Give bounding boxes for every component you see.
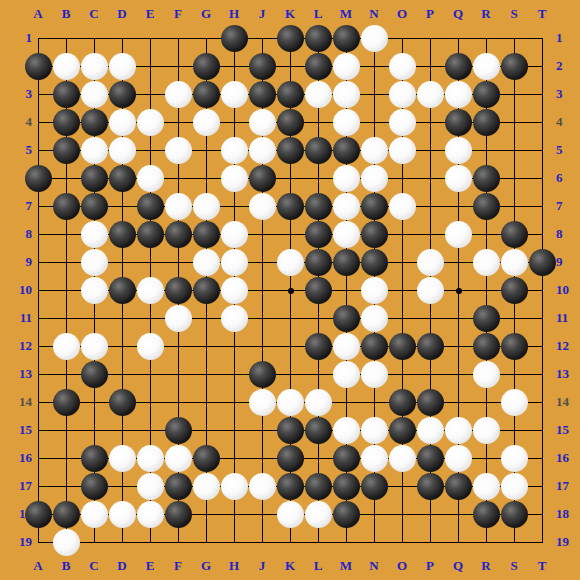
stone-white-M2[interactable] (333, 53, 360, 80)
star-point-K10 (288, 288, 294, 294)
stone-white-N1[interactable] (361, 25, 388, 52)
stone-white-H5[interactable] (221, 137, 248, 164)
stone-black-L9[interactable] (305, 249, 332, 276)
stone-black-B4[interactable] (53, 109, 80, 136)
stone-white-H17[interactable] (221, 473, 248, 500)
stone-white-O7[interactable] (389, 193, 416, 220)
stone-white-E10[interactable] (137, 277, 164, 304)
stone-black-F15[interactable] (165, 417, 192, 444)
stone-black-B14[interactable] (53, 389, 80, 416)
stone-black-N7[interactable] (361, 193, 388, 220)
stone-white-C18[interactable] (81, 501, 108, 528)
stone-black-Q2[interactable] (445, 53, 472, 80)
stone-white-K18[interactable] (277, 501, 304, 528)
stone-white-R15[interactable] (473, 417, 500, 444)
stone-white-P9[interactable] (417, 249, 444, 276)
stone-black-N17[interactable] (361, 473, 388, 500)
stone-white-E18[interactable] (137, 501, 164, 528)
stone-black-S12[interactable] (501, 333, 528, 360)
row-label-left-13: 13 (6, 366, 32, 382)
row-label-right-19: 19 (556, 534, 580, 550)
stone-black-R6[interactable] (473, 165, 500, 192)
row-label-left-10: 10 (6, 282, 32, 298)
stone-black-K5[interactable] (277, 137, 304, 164)
stone-black-G3[interactable] (193, 81, 220, 108)
stone-white-S16[interactable] (501, 445, 528, 472)
stone-white-P3[interactable] (417, 81, 444, 108)
stone-white-N6[interactable] (361, 165, 388, 192)
row-label-left-19: 19 (6, 534, 32, 550)
row-label-left-1: 1 (6, 30, 32, 46)
stone-white-E12[interactable] (137, 333, 164, 360)
stone-black-H1[interactable] (221, 25, 248, 52)
stone-black-O15[interactable] (389, 417, 416, 444)
stone-black-S2[interactable] (501, 53, 528, 80)
stone-black-C13[interactable] (81, 361, 108, 388)
stone-white-Q5[interactable] (445, 137, 472, 164)
stone-black-N12[interactable] (361, 333, 388, 360)
stone-white-C5[interactable] (81, 137, 108, 164)
col-label-top-P: P (420, 6, 440, 22)
stone-white-C9[interactable] (81, 249, 108, 276)
col-label-top-L: L (308, 6, 328, 22)
col-label-top-A: A (28, 6, 48, 22)
stone-white-B12[interactable] (53, 333, 80, 360)
stone-black-F10[interactable] (165, 277, 192, 304)
stone-white-N10[interactable] (361, 277, 388, 304)
stone-black-M17[interactable] (333, 473, 360, 500)
col-label-bottom-G: G (196, 558, 216, 574)
stone-black-J6[interactable] (249, 165, 276, 192)
stone-black-F8[interactable] (165, 221, 192, 248)
stone-black-J3[interactable] (249, 81, 276, 108)
stone-black-P17[interactable] (417, 473, 444, 500)
stone-black-B18[interactable] (53, 501, 80, 528)
row-label-right-2: 2 (556, 58, 580, 74)
stone-white-J14[interactable] (249, 389, 276, 416)
row-label-right-8: 8 (556, 226, 580, 242)
row-label-right-12: 12 (556, 338, 580, 354)
stone-white-C2[interactable] (81, 53, 108, 80)
star-point-Q10 (456, 288, 462, 294)
stone-white-J17[interactable] (249, 473, 276, 500)
stone-black-S8[interactable] (501, 221, 528, 248)
stone-black-G10[interactable] (193, 277, 220, 304)
stone-white-L3[interactable] (305, 81, 332, 108)
col-label-bottom-P: P (420, 558, 440, 574)
stone-black-D8[interactable] (109, 221, 136, 248)
stone-white-D18[interactable] (109, 501, 136, 528)
col-label-top-O: O (392, 6, 412, 22)
stone-black-L5[interactable] (305, 137, 332, 164)
stone-black-K15[interactable] (277, 417, 304, 444)
stone-white-C3[interactable] (81, 81, 108, 108)
stone-black-K17[interactable] (277, 473, 304, 500)
col-label-top-G: G (196, 6, 216, 22)
stone-white-Q6[interactable] (445, 165, 472, 192)
stone-black-L7[interactable] (305, 193, 332, 220)
stone-white-M13[interactable] (333, 361, 360, 388)
stone-white-S9[interactable] (501, 249, 528, 276)
stone-black-A18[interactable] (25, 501, 52, 528)
col-label-top-D: D (112, 6, 132, 22)
stone-black-L8[interactable] (305, 221, 332, 248)
stone-white-P15[interactable] (417, 417, 444, 444)
row-label-right-3: 3 (556, 86, 580, 102)
stone-white-M3[interactable] (333, 81, 360, 108)
stone-black-R3[interactable] (473, 81, 500, 108)
stone-black-L2[interactable] (305, 53, 332, 80)
stone-white-B2[interactable] (53, 53, 80, 80)
col-label-bottom-O: O (392, 558, 412, 574)
stone-white-M15[interactable] (333, 417, 360, 444)
stone-white-N15[interactable] (361, 417, 388, 444)
stone-black-P16[interactable] (417, 445, 444, 472)
stone-white-F11[interactable] (165, 305, 192, 332)
stone-white-C10[interactable] (81, 277, 108, 304)
col-label-top-F: F (168, 6, 188, 22)
col-label-bottom-M: M (336, 558, 356, 574)
stone-white-H10[interactable] (221, 277, 248, 304)
stone-white-J4[interactable] (249, 109, 276, 136)
row-label-left-4: 4 (6, 114, 32, 130)
stone-black-C6[interactable] (81, 165, 108, 192)
col-label-bottom-A: A (28, 558, 48, 574)
stone-black-E8[interactable] (137, 221, 164, 248)
col-label-top-C: C (84, 6, 104, 22)
col-label-top-Q: Q (448, 6, 468, 22)
stone-black-G16[interactable] (193, 445, 220, 472)
row-label-left-16: 16 (6, 450, 32, 466)
stone-white-N11[interactable] (361, 305, 388, 332)
stone-white-H6[interactable] (221, 165, 248, 192)
col-label-bottom-E: E (140, 558, 160, 574)
stone-white-S14[interactable] (501, 389, 528, 416)
col-label-top-S: S (504, 6, 524, 22)
stone-black-L1[interactable] (305, 25, 332, 52)
stone-white-D16[interactable] (109, 445, 136, 472)
stone-black-R4[interactable] (473, 109, 500, 136)
row-label-right-17: 17 (556, 478, 580, 494)
stone-black-D14[interactable] (109, 389, 136, 416)
col-label-bottom-F: F (168, 558, 188, 574)
row-label-right-18: 18 (556, 506, 580, 522)
stone-white-H8[interactable] (221, 221, 248, 248)
stone-black-S10[interactable] (501, 277, 528, 304)
stone-black-M1[interactable] (333, 25, 360, 52)
stone-black-L10[interactable] (305, 277, 332, 304)
stone-white-S17[interactable] (501, 473, 528, 500)
stone-white-D2[interactable] (109, 53, 136, 80)
row-label-right-11: 11 (556, 310, 580, 326)
stone-black-R18[interactable] (473, 501, 500, 528)
col-label-bottom-J: J (252, 558, 272, 574)
stone-white-N13[interactable] (361, 361, 388, 388)
stone-black-E7[interactable] (137, 193, 164, 220)
row-label-left-14: 14 (6, 394, 32, 410)
stone-white-H3[interactable] (221, 81, 248, 108)
stone-black-O14[interactable] (389, 389, 416, 416)
stone-black-S18[interactable] (501, 501, 528, 528)
stone-black-C7[interactable] (81, 193, 108, 220)
stone-white-F16[interactable] (165, 445, 192, 472)
stone-black-M9[interactable] (333, 249, 360, 276)
stone-black-L15[interactable] (305, 417, 332, 444)
stone-black-L17[interactable] (305, 473, 332, 500)
go-board[interactable]: AABBCCDDEEFFGGHHJJKKLLMMNNOOPPQQRRSSTT11… (0, 0, 580, 580)
stone-white-L18[interactable] (305, 501, 332, 528)
stone-black-M18[interactable] (333, 501, 360, 528)
stone-white-R17[interactable] (473, 473, 500, 500)
stone-black-F17[interactable] (165, 473, 192, 500)
col-label-bottom-H: H (224, 558, 244, 574)
stone-white-O2[interactable] (389, 53, 416, 80)
stone-black-B7[interactable] (53, 193, 80, 220)
stone-black-C16[interactable] (81, 445, 108, 472)
col-label-bottom-L: L (308, 558, 328, 574)
row-label-right-9: 9 (556, 254, 580, 270)
col-label-bottom-R: R (476, 558, 496, 574)
row-label-left-17: 17 (6, 478, 32, 494)
col-label-bottom-K: K (280, 558, 300, 574)
col-label-top-J: J (252, 6, 272, 22)
stone-white-Q16[interactable] (445, 445, 472, 472)
row-label-right-1: 1 (556, 30, 580, 46)
stone-black-K1[interactable] (277, 25, 304, 52)
stone-white-M8[interactable] (333, 221, 360, 248)
stone-black-P12[interactable] (417, 333, 444, 360)
row-label-right-14: 14 (556, 394, 580, 410)
stone-black-R11[interactable] (473, 305, 500, 332)
stone-white-O5[interactable] (389, 137, 416, 164)
stone-black-K3[interactable] (277, 81, 304, 108)
stone-black-C17[interactable] (81, 473, 108, 500)
stone-black-C4[interactable] (81, 109, 108, 136)
stone-black-B3[interactable] (53, 81, 80, 108)
stone-white-Q15[interactable] (445, 417, 472, 444)
stone-white-H11[interactable] (221, 305, 248, 332)
stone-white-E4[interactable] (137, 109, 164, 136)
col-label-bottom-S: S (504, 558, 524, 574)
stone-white-M4[interactable] (333, 109, 360, 136)
stone-white-P10[interactable] (417, 277, 444, 304)
row-label-right-6: 6 (556, 170, 580, 186)
col-label-top-R: R (476, 6, 496, 22)
stone-white-M6[interactable] (333, 165, 360, 192)
stone-white-K9[interactable] (277, 249, 304, 276)
stone-white-N5[interactable] (361, 137, 388, 164)
row-label-left-7: 7 (6, 198, 32, 214)
col-label-top-M: M (336, 6, 356, 22)
col-label-bottom-Q: Q (448, 558, 468, 574)
stone-white-O3[interactable] (389, 81, 416, 108)
stone-white-R13[interactable] (473, 361, 500, 388)
stone-white-J5[interactable] (249, 137, 276, 164)
stone-white-D4[interactable] (109, 109, 136, 136)
row-label-left-9: 9 (6, 254, 32, 270)
stone-black-B5[interactable] (53, 137, 80, 164)
stone-white-G4[interactable] (193, 109, 220, 136)
col-label-bottom-N: N (364, 558, 384, 574)
stone-white-M12[interactable] (333, 333, 360, 360)
col-label-bottom-D: D (112, 558, 132, 574)
stone-black-A2[interactable] (25, 53, 52, 80)
stone-black-D10[interactable] (109, 277, 136, 304)
stone-black-J2[interactable] (249, 53, 276, 80)
stone-white-D5[interactable] (109, 137, 136, 164)
stone-white-Q3[interactable] (445, 81, 472, 108)
stone-white-R9[interactable] (473, 249, 500, 276)
stone-black-Q17[interactable] (445, 473, 472, 500)
stone-black-K7[interactable] (277, 193, 304, 220)
stone-white-K14[interactable] (277, 389, 304, 416)
stone-black-G8[interactable] (193, 221, 220, 248)
stone-black-N9[interactable] (361, 249, 388, 276)
stone-white-O4[interactable] (389, 109, 416, 136)
stone-black-J13[interactable] (249, 361, 276, 388)
stone-white-F3[interactable] (165, 81, 192, 108)
row-label-right-5: 5 (556, 142, 580, 158)
stone-black-M16[interactable] (333, 445, 360, 472)
stone-black-L12[interactable] (305, 333, 332, 360)
stone-white-M7[interactable] (333, 193, 360, 220)
stone-black-P14[interactable] (417, 389, 444, 416)
stone-black-N8[interactable] (361, 221, 388, 248)
stone-white-J7[interactable] (249, 193, 276, 220)
stone-black-D3[interactable] (109, 81, 136, 108)
stone-black-R12[interactable] (473, 333, 500, 360)
row-label-left-15: 15 (6, 422, 32, 438)
stone-white-G17[interactable] (193, 473, 220, 500)
stone-white-E17[interactable] (137, 473, 164, 500)
stone-white-F5[interactable] (165, 137, 192, 164)
stone-white-C8[interactable] (81, 221, 108, 248)
row-label-right-10: 10 (556, 282, 580, 298)
col-label-top-H: H (224, 6, 244, 22)
stone-white-Q8[interactable] (445, 221, 472, 248)
stone-white-O16[interactable] (389, 445, 416, 472)
stone-black-F18[interactable] (165, 501, 192, 528)
stone-black-M11[interactable] (333, 305, 360, 332)
stone-black-A6[interactable] (25, 165, 52, 192)
stone-white-L14[interactable] (305, 389, 332, 416)
stone-white-B19[interactable] (53, 529, 80, 556)
stone-white-E6[interactable] (137, 165, 164, 192)
row-label-right-16: 16 (556, 450, 580, 466)
stone-white-C12[interactable] (81, 333, 108, 360)
stone-white-G7[interactable] (193, 193, 220, 220)
stone-white-E16[interactable] (137, 445, 164, 472)
col-label-bottom-C: C (84, 558, 104, 574)
col-label-top-B: B (56, 6, 76, 22)
stone-white-F7[interactable] (165, 193, 192, 220)
stone-black-T9[interactable] (529, 249, 556, 276)
col-label-top-N: N (364, 6, 384, 22)
col-label-top-K: K (280, 6, 300, 22)
stone-black-O12[interactable] (389, 333, 416, 360)
row-label-right-13: 13 (556, 366, 580, 382)
stone-white-H9[interactable] (221, 249, 248, 276)
col-label-bottom-B: B (56, 558, 76, 574)
col-label-top-T: T (532, 6, 552, 22)
row-label-right-4: 4 (556, 114, 580, 130)
row-label-left-5: 5 (6, 142, 32, 158)
stone-black-K16[interactable] (277, 445, 304, 472)
col-label-top-E: E (140, 6, 160, 22)
stone-black-G2[interactable] (193, 53, 220, 80)
row-label-right-7: 7 (556, 198, 580, 214)
stone-black-D6[interactable] (109, 165, 136, 192)
stone-black-R7[interactable] (473, 193, 500, 220)
stone-white-R2[interactable] (473, 53, 500, 80)
row-label-left-8: 8 (6, 226, 32, 242)
stone-white-N16[interactable] (361, 445, 388, 472)
row-label-left-3: 3 (6, 86, 32, 102)
col-label-bottom-T: T (532, 558, 552, 574)
row-label-left-11: 11 (6, 310, 32, 326)
stone-black-Q4[interactable] (445, 109, 472, 136)
stone-white-G9[interactable] (193, 249, 220, 276)
row-label-left-12: 12 (6, 338, 32, 354)
stone-black-M5[interactable] (333, 137, 360, 164)
row-label-right-15: 15 (556, 422, 580, 438)
stone-black-K4[interactable] (277, 109, 304, 136)
